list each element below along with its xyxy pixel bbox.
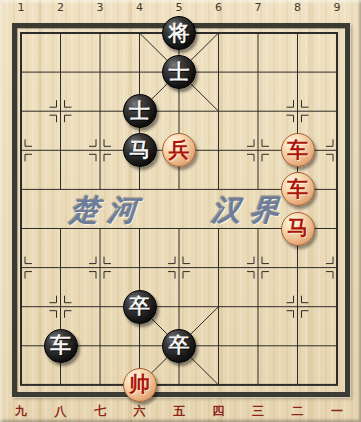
top-coordinate-label: 3: [89, 1, 111, 14]
bottom-coordinate-label: 四: [208, 403, 230, 420]
piece-black-horse[interactable]: 马: [123, 133, 157, 167]
top-coordinate-label: 4: [129, 1, 151, 14]
piece-glyph: 卒: [129, 296, 150, 317]
piece-glyph: 马: [129, 140, 150, 161]
piece-glyph: 车: [287, 140, 308, 161]
piece-glyph: 士: [169, 62, 190, 83]
piece-red-chariot[interactable]: 车: [281, 133, 315, 167]
top-coordinate-label: 9: [326, 1, 348, 14]
bottom-coordinate-label: 三: [247, 403, 269, 420]
piece-glyph: 车: [287, 179, 308, 200]
bottom-coordinate-label: 九: [10, 403, 32, 420]
piece-black-soldier[interactable]: 卒: [123, 290, 157, 324]
piece-glyph: 士: [129, 101, 150, 122]
top-coordinate-label: 5: [168, 1, 190, 14]
bottom-coordinate-label: 二: [287, 403, 309, 420]
piece-red-horse[interactable]: 马: [281, 212, 315, 246]
top-coordinate-label: 1: [10, 1, 32, 14]
bottom-coordinate-label: 七: [89, 403, 111, 420]
piece-black-advisor[interactable]: 士: [123, 94, 157, 128]
bottom-coordinate-label: 六: [129, 403, 151, 420]
piece-glyph: 帅: [129, 374, 150, 395]
piece-glyph: 将: [169, 23, 190, 44]
piece-black-advisor[interactable]: 士: [162, 55, 196, 89]
top-coordinate-label: 8: [287, 1, 309, 14]
piece-black-general[interactable]: 将: [162, 16, 196, 50]
bottom-coordinate-label: 八: [50, 403, 72, 420]
top-coordinate-label: 6: [208, 1, 230, 14]
piece-glyph: 马: [287, 218, 308, 239]
bottom-coordinate-label: 一: [326, 403, 348, 420]
piece-black-soldier[interactable]: 卒: [162, 329, 196, 363]
piece-red-chariot[interactable]: 车: [281, 172, 315, 206]
river-label-right: 汉界: [210, 191, 289, 231]
xiangqi-board: 123456789 九八七六五四三二一 楚河 汉界 将士士马兵车车马卒车卒帅: [0, 0, 361, 422]
piece-red-general[interactable]: 帅: [123, 368, 157, 402]
piece-glyph: 卒: [169, 335, 190, 356]
bottom-coordinate-label: 五: [168, 403, 190, 420]
top-coordinate-label: 7: [247, 1, 269, 14]
piece-glyph: 车: [50, 335, 71, 356]
top-coordinate-label: 2: [50, 1, 72, 14]
river-label-left: 楚河: [68, 191, 147, 231]
piece-glyph: 兵: [169, 140, 190, 161]
piece-black-chariot[interactable]: 车: [44, 329, 78, 363]
